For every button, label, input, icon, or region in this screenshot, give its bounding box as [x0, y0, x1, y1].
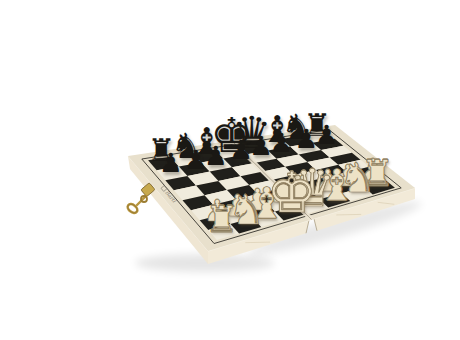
- clasp-icon: [126, 183, 155, 215]
- chessboard: Bartl: [40, 16, 460, 340]
- product-photo: Bartl ♜♞♝♛♚♝♞♜♟♟♟♟♟♟♟♟♟♟♟♟♟♟♟♟♜♞♝♛♚♝♞♜: [40, 16, 460, 340]
- wood-grain: [245, 242, 270, 243]
- wood-grain: [336, 214, 361, 215]
